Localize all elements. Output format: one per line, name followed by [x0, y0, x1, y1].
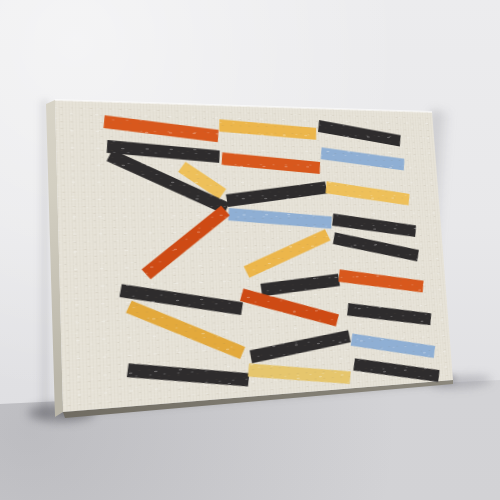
canvas-artwork — [55, 100, 453, 412]
art-bar-r6-mid — [260, 273, 340, 296]
art-bar-r3-mid — [226, 181, 328, 206]
art-bar-mid-diagonal — [141, 205, 229, 279]
art-bar-r9-left — [127, 364, 249, 387]
art-bar-r3-right — [326, 181, 410, 205]
art-bar-r5-right — [333, 232, 419, 261]
art-bar-r1-left — [104, 116, 219, 143]
art-bar-r4-mid — [229, 208, 332, 229]
art-bar-r2-right — [321, 147, 404, 170]
art-bar-r7-mid-diagonal — [240, 288, 339, 326]
art-bar-r6-right — [338, 270, 423, 293]
art-bar-r8-mid — [249, 331, 350, 364]
art-bar-r9-right — [353, 358, 439, 382]
art-bar-r1-mid — [219, 120, 316, 140]
art-bar-r7-right — [347, 303, 431, 325]
art-bar-r9-mid — [248, 364, 351, 384]
art-bar-r1-right — [318, 120, 401, 146]
scene — [0, 0, 500, 500]
art-bar-r2-mid — [222, 152, 321, 174]
art-bar-r5-mid-diagonal — [243, 230, 330, 279]
art-bar-r8-right — [350, 333, 434, 358]
